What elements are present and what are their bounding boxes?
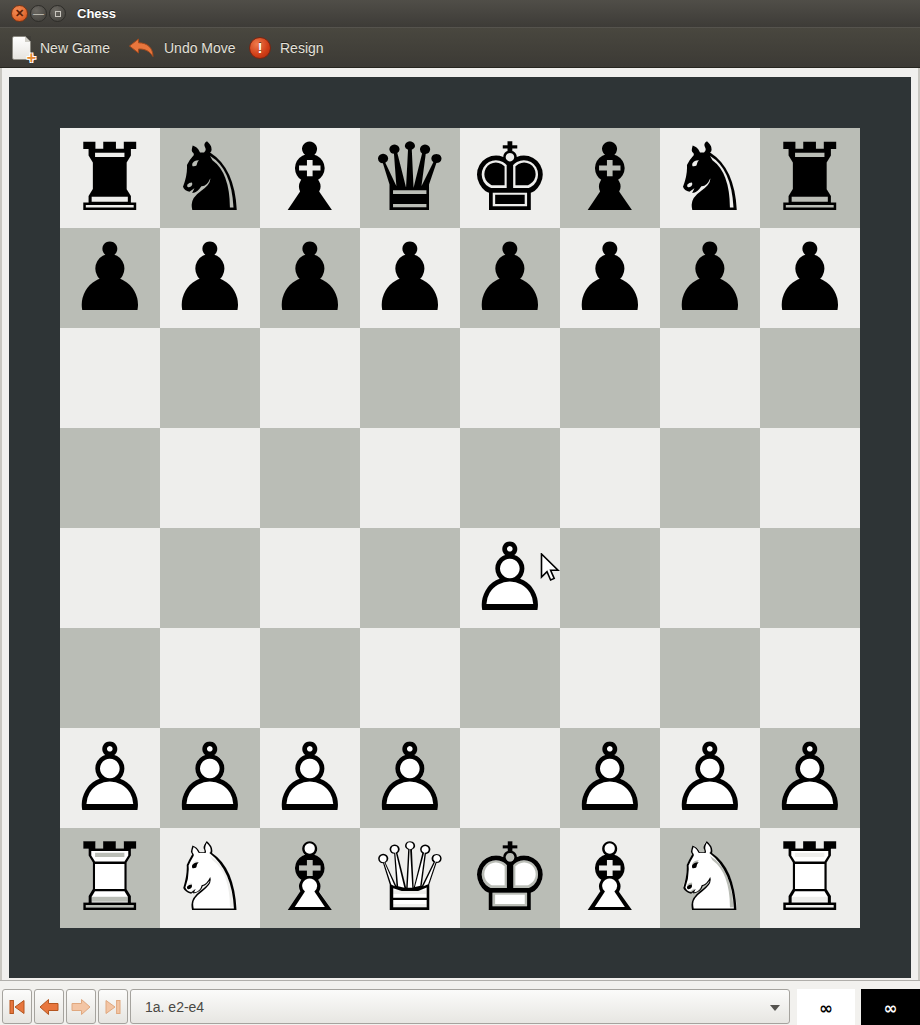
skip-to-end-icon [103, 997, 123, 1017]
previous-arrow-icon [38, 997, 60, 1017]
piece-glyph-fill: ♞ [660, 828, 760, 928]
square-g6[interactable] [660, 328, 760, 428]
piece-glyph: ♙ [160, 728, 260, 828]
plus-icon: + [27, 50, 36, 66]
page-fold-icon [25, 36, 31, 42]
square-c7-black-pawn[interactable]: ♟ [260, 228, 360, 328]
square-e1-white-king[interactable]: ♚♔ [460, 828, 560, 928]
piece-glyph-fill: ♝ [260, 828, 360, 928]
square-h4[interactable] [760, 528, 860, 628]
square-g2-white-pawn[interactable]: ♟♙ [660, 728, 760, 828]
piece-glyph-fill: ♝ [560, 828, 660, 928]
square-d1-white-queen[interactable]: ♛♕ [360, 828, 460, 928]
square-g4[interactable] [660, 528, 760, 628]
previous-move-button[interactable] [34, 989, 64, 1024]
piece-glyph: ♗ [560, 828, 660, 928]
square-h6[interactable] [760, 328, 860, 428]
piece-glyph: ♖ [60, 828, 160, 928]
first-move-button[interactable] [2, 989, 32, 1024]
square-c4[interactable] [260, 528, 360, 628]
piece-glyph-fill: ♞ [160, 828, 260, 928]
piece-glyph-fill: ♛ [360, 828, 460, 928]
piece-glyph: ♟ [660, 228, 760, 328]
mouse-cursor [540, 553, 560, 583]
square-g7-black-pawn[interactable]: ♟ [660, 228, 760, 328]
square-e7-black-pawn[interactable]: ♟ [460, 228, 560, 328]
bottom-bar: 1a. e2-e4 ∞ ∞ [0, 980, 920, 1025]
square-d2-white-pawn[interactable]: ♟♙ [360, 728, 460, 828]
piece-glyph: ♖ [760, 828, 860, 928]
square-e6[interactable] [460, 328, 560, 428]
next-move-button[interactable] [66, 989, 96, 1024]
undo-move-label: Undo Move [164, 40, 236, 56]
window-title: Chess [77, 0, 116, 28]
piece-glyph: ♛ [360, 128, 460, 228]
square-g5[interactable] [660, 428, 760, 528]
board-frame: ♜♞♝♛♚♝♞♜♟♟♟♟♟♟♟♟♟♙♟♙♟♙♟♙♟♙♟♙♟♙♟♙♜♖♞♘♝♗♛♕… [9, 77, 911, 978]
square-e3[interactable] [460, 628, 560, 728]
square-b2-white-pawn[interactable]: ♟♙ [160, 728, 260, 828]
maximize-icon[interactable] [49, 5, 66, 22]
piece-glyph: ♜ [60, 128, 160, 228]
piece-glyph-fill: ♟ [560, 728, 660, 828]
piece-glyph: ♟ [360, 228, 460, 328]
piece-glyph-fill: ♟ [360, 728, 460, 828]
square-a5[interactable] [60, 428, 160, 528]
piece-glyph: ♘ [660, 828, 760, 928]
move-history-dropdown[interactable]: 1a. e2-e4 [130, 989, 790, 1024]
square-c6[interactable] [260, 328, 360, 428]
square-c1-white-bishop[interactable]: ♝♗ [260, 828, 360, 928]
square-e5[interactable] [460, 428, 560, 528]
piece-glyph-fill: ♜ [60, 828, 160, 928]
square-a3[interactable] [60, 628, 160, 728]
square-a4[interactable] [60, 528, 160, 628]
piece-glyph: ♝ [560, 128, 660, 228]
minimize-icon[interactable]: — [30, 5, 47, 22]
piece-glyph-fill: ♟ [160, 728, 260, 828]
piece-glyph: ♟ [160, 228, 260, 328]
square-d7-black-pawn[interactable]: ♟ [360, 228, 460, 328]
square-b6[interactable] [160, 328, 260, 428]
square-h3[interactable] [760, 628, 860, 728]
piece-glyph: ♔ [460, 828, 560, 928]
piece-glyph: ♙ [760, 728, 860, 828]
piece-glyph: ♙ [260, 728, 360, 828]
square-f6[interactable] [560, 328, 660, 428]
titlebar: ✕ — Chess [0, 0, 920, 28]
piece-glyph: ♜ [760, 128, 860, 228]
piece-glyph: ♟ [760, 228, 860, 328]
last-move-button[interactable] [98, 989, 128, 1024]
square-b8-black-knight[interactable]: ♞ [160, 128, 260, 228]
resign-label: Resign [280, 40, 324, 56]
piece-glyph-fill: ♟ [760, 728, 860, 828]
square-d4[interactable] [360, 528, 460, 628]
piece-glyph: ♟ [460, 228, 560, 328]
warning-icon: ! [249, 37, 271, 59]
piece-glyph: ♙ [60, 728, 160, 828]
piece-glyph-fill: ♟ [660, 728, 760, 828]
square-a2-white-pawn[interactable]: ♟♙ [60, 728, 160, 828]
square-e8-black-king[interactable]: ♚ [460, 128, 560, 228]
window-edge-left [0, 68, 2, 1025]
square-f1-white-bishop[interactable]: ♝♗ [560, 828, 660, 928]
square-b1-white-knight[interactable]: ♞♘ [160, 828, 260, 928]
square-c2-white-pawn[interactable]: ♟♙ [260, 728, 360, 828]
square-d5[interactable] [360, 428, 460, 528]
square-f4[interactable] [560, 528, 660, 628]
square-f5[interactable] [560, 428, 660, 528]
square-h2-white-pawn[interactable]: ♟♙ [760, 728, 860, 828]
piece-glyph: ♟ [560, 228, 660, 328]
white-clock-value: ∞ [819, 998, 833, 1018]
white-clock: ∞ [797, 989, 855, 1025]
piece-glyph-fill: ♟ [260, 728, 360, 828]
square-c8-black-bishop[interactable]: ♝ [260, 128, 360, 228]
square-g8-black-knight[interactable]: ♞ [660, 128, 760, 228]
square-c3[interactable] [260, 628, 360, 728]
square-a7-black-pawn[interactable]: ♟ [60, 228, 160, 328]
piece-glyph: ♞ [160, 128, 260, 228]
piece-glyph: ♟ [60, 228, 160, 328]
black-clock: ∞ [861, 989, 920, 1025]
skip-to-start-icon [7, 997, 27, 1017]
piece-glyph: ♘ [160, 828, 260, 928]
undo-arrow-icon [128, 38, 155, 58]
square-f8-black-bishop[interactable]: ♝ [560, 128, 660, 228]
square-f2-white-pawn[interactable]: ♟♙ [560, 728, 660, 828]
piece-glyph: ♕ [360, 828, 460, 928]
square-d3[interactable] [360, 628, 460, 728]
new-document-icon: + [12, 36, 31, 60]
piece-glyph: ♗ [260, 828, 360, 928]
piece-glyph: ♞ [660, 128, 760, 228]
square-e2[interactable] [460, 728, 560, 828]
maximize-square-glyph [55, 11, 61, 17]
piece-glyph: ♚ [460, 128, 560, 228]
undo-move-button[interactable]: Undo Move [128, 28, 236, 67]
square-f7-black-pawn[interactable]: ♟ [560, 228, 660, 328]
chess-window: { "game": "chess", "position": { "fen": … [0, 0, 920, 1025]
resign-button[interactable]: ! Resign [249, 28, 324, 67]
square-b5[interactable] [160, 428, 260, 528]
piece-glyph: ♙ [560, 728, 660, 828]
next-arrow-icon [70, 997, 92, 1017]
chess-board[interactable]: ♜♞♝♛♚♝♞♜♟♟♟♟♟♟♟♟♟♙♟♙♟♙♟♙♟♙♟♙♟♙♟♙♜♖♞♘♝♗♛♕… [60, 128, 860, 928]
piece-glyph: ♙ [660, 728, 760, 828]
square-c5[interactable] [260, 428, 360, 528]
toolbar: + New Game Undo Move ! Resign [0, 28, 920, 68]
square-a8-black-rook[interactable]: ♜ [60, 128, 160, 228]
piece-glyph-fill: ♜ [760, 828, 860, 928]
square-b3[interactable] [160, 628, 260, 728]
square-h7-black-pawn[interactable]: ♟ [760, 228, 860, 328]
square-a1-white-rook[interactable]: ♜♖ [60, 828, 160, 928]
piece-glyph-fill: ♟ [60, 728, 160, 828]
square-b4[interactable] [160, 528, 260, 628]
square-h5[interactable] [760, 428, 860, 528]
square-b7-black-pawn[interactable]: ♟ [160, 228, 260, 328]
new-game-button[interactable]: + New Game [12, 28, 110, 67]
square-d6[interactable] [360, 328, 460, 428]
piece-glyph-fill: ♚ [460, 828, 560, 928]
square-a6[interactable] [60, 328, 160, 428]
piece-glyph: ♝ [260, 128, 360, 228]
piece-glyph: ♙ [360, 728, 460, 828]
square-g1-white-knight[interactable]: ♞♘ [660, 828, 760, 928]
selected-move-text: 1a. e2-e4 [145, 999, 204, 1015]
black-clock-value: ∞ [883, 998, 897, 1018]
square-f3[interactable] [560, 628, 660, 728]
square-g3[interactable] [660, 628, 760, 728]
square-h8-black-rook[interactable]: ♜ [760, 128, 860, 228]
piece-glyph: ♟ [260, 228, 360, 328]
square-d8-black-queen[interactable]: ♛ [360, 128, 460, 228]
close-icon[interactable]: ✕ [11, 5, 28, 22]
new-game-label: New Game [40, 40, 110, 56]
chevron-down-icon [770, 1005, 780, 1011]
square-h1-white-rook[interactable]: ♜♖ [760, 828, 860, 928]
